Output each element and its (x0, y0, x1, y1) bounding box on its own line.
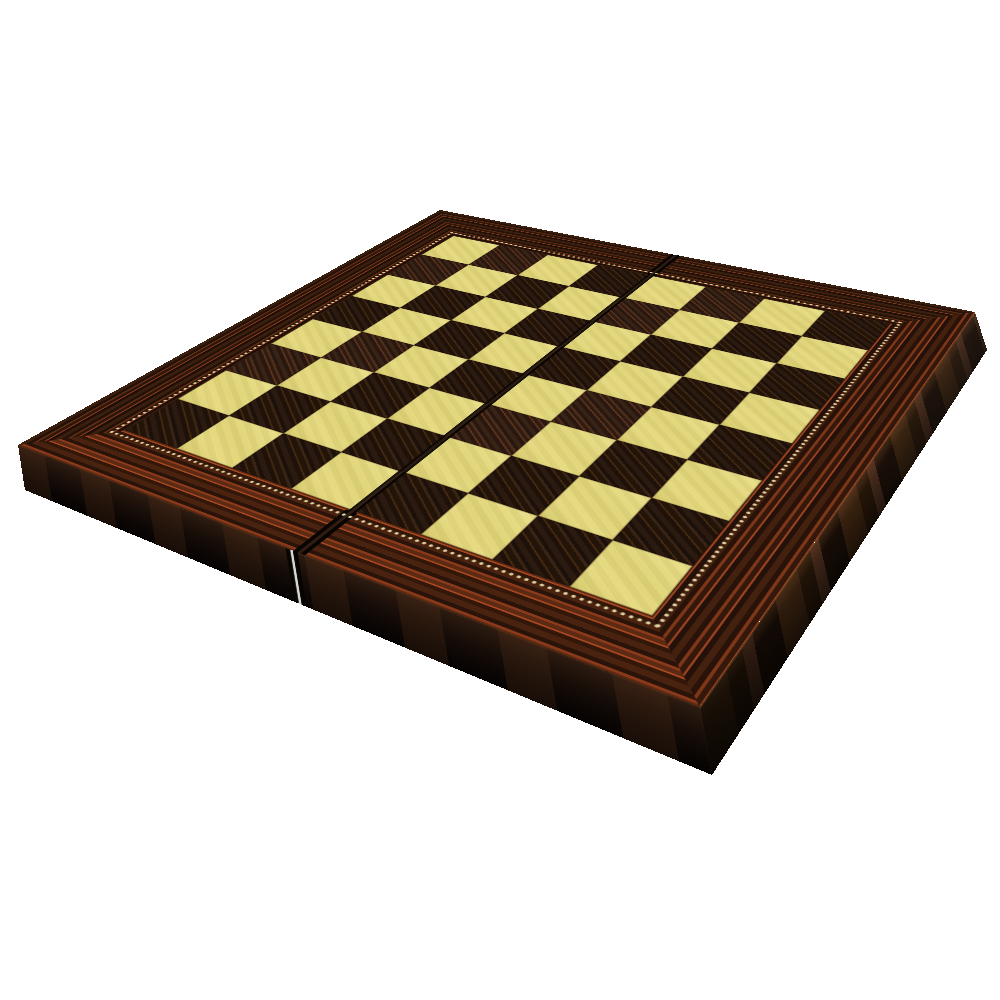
hinge-gap (285, 548, 306, 607)
chessboard-product-photo (0, 0, 1000, 1000)
